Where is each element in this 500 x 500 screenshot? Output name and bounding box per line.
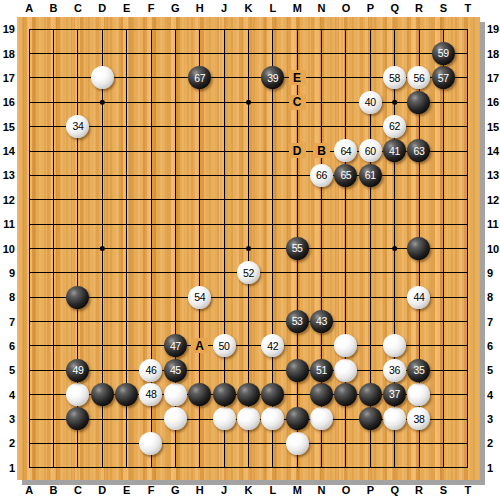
stone-white-Q3 [383, 407, 406, 430]
stone-black-P4 [359, 383, 382, 406]
stone-white-F2 [139, 432, 162, 455]
stone-white-R17: 56 [407, 66, 430, 89]
coordinate-right-19: 19 [487, 22, 499, 37]
stone-white-F5: 46 [139, 359, 162, 382]
point-label-C-M16: C [289, 95, 306, 110]
coordinate-top-R: R [415, 1, 423, 16]
stone-white-M2 [286, 432, 309, 455]
coordinate-right-9: 9 [487, 265, 493, 280]
stone-black-D4 [91, 383, 114, 406]
stone-black-R5: 35 [407, 359, 430, 382]
coordinate-top-N: N [318, 1, 326, 16]
coordinate-right-10: 10 [487, 241, 499, 256]
move-number: 54 [194, 292, 205, 303]
stone-black-E4 [115, 383, 138, 406]
coordinate-left-9: 9 [0, 265, 15, 280]
stone-white-R8: 44 [407, 286, 430, 309]
coordinate-right-5: 5 [487, 363, 493, 378]
coordinate-right-12: 12 [487, 192, 499, 207]
stone-black-K4 [237, 383, 260, 406]
stone-black-C5: 49 [66, 359, 89, 382]
coordinate-top-H: H [196, 1, 204, 16]
coordinate-left-6: 6 [0, 338, 15, 353]
coordinate-left-10: 10 [0, 241, 15, 256]
coordinate-left-1: 1 [0, 460, 15, 475]
move-number: 50 [219, 341, 230, 352]
move-number: 39 [267, 73, 278, 84]
coordinate-top-C: C [74, 1, 82, 16]
coordinate-right-3: 3 [487, 412, 493, 427]
move-number: 53 [292, 316, 303, 327]
stone-white-R4 [407, 383, 430, 406]
coordinate-left-15: 15 [0, 119, 15, 134]
stone-black-C3 [66, 407, 89, 430]
coordinate-bottom-S: S [440, 483, 447, 498]
stone-black-N4 [310, 383, 333, 406]
move-number: 51 [316, 365, 327, 376]
coordinate-bottom-L: L [269, 483, 276, 498]
stone-white-Q6 [383, 334, 406, 357]
coordinate-right-8: 8 [487, 290, 493, 305]
point-label-B-N14: B [313, 143, 330, 158]
move-number: 47 [170, 341, 181, 352]
move-number: 38 [413, 414, 424, 425]
stone-black-O4 [334, 383, 357, 406]
coordinate-top-S: S [440, 1, 447, 16]
stone-white-J3 [213, 407, 236, 430]
stone-white-O6 [334, 334, 357, 357]
coordinate-bottom-A: A [25, 483, 33, 498]
coordinate-right-15: 15 [487, 119, 499, 134]
coordinate-right-13: 13 [487, 168, 499, 183]
move-number: 67 [194, 73, 205, 84]
coordinate-right-11: 11 [487, 217, 499, 232]
stone-white-P14: 60 [359, 139, 382, 162]
move-number: 55 [292, 243, 303, 254]
move-number: 58 [389, 73, 400, 84]
coordinate-left-7: 7 [0, 314, 15, 329]
stone-black-R10 [407, 237, 430, 260]
stone-black-P3 [359, 407, 382, 430]
stone-black-G5: 45 [164, 359, 187, 382]
coordinate-bottom-G: G [171, 483, 180, 498]
stone-white-Q5: 36 [383, 359, 406, 382]
stone-white-K3 [237, 407, 260, 430]
coordinate-right-4: 4 [487, 387, 493, 402]
stone-black-N5: 51 [310, 359, 333, 382]
move-number: 45 [170, 365, 181, 376]
coordinate-bottom-H: H [196, 483, 204, 498]
move-number: 65 [340, 170, 351, 181]
stone-white-O5 [334, 359, 357, 382]
coordinate-right-2: 2 [487, 436, 493, 451]
coordinate-bottom-T: T [464, 483, 471, 498]
stone-black-M3 [286, 407, 309, 430]
coordinate-left-12: 12 [0, 192, 15, 207]
point-label-E-M17: E [289, 70, 306, 85]
stone-white-G3 [164, 407, 187, 430]
stone-black-H4 [188, 383, 211, 406]
point-label-D-M14: D [289, 143, 306, 158]
move-number: 35 [413, 365, 424, 376]
stone-white-J6: 50 [213, 334, 236, 357]
coordinate-right-14: 14 [487, 144, 499, 159]
stone-white-R3: 38 [407, 407, 430, 430]
coordinate-bottom-Q: Q [390, 483, 399, 498]
coordinate-left-18: 18 [0, 46, 15, 61]
stone-black-C8 [66, 286, 89, 309]
stone-white-Q17: 58 [383, 66, 406, 89]
stone-white-G4 [164, 383, 187, 406]
coordinate-left-11: 11 [0, 217, 15, 232]
coordinate-bottom-N: N [318, 483, 326, 498]
move-number: 36 [389, 365, 400, 376]
coordinate-bottom-P: P [367, 483, 374, 498]
coordinate-right-18: 18 [487, 46, 499, 61]
coordinate-left-8: 8 [0, 290, 15, 305]
stone-black-H17: 67 [188, 66, 211, 89]
stone-black-Q14: 41 [383, 139, 406, 162]
stone-black-M10: 55 [286, 237, 309, 260]
move-number: 60 [365, 146, 376, 157]
coordinate-left-5: 5 [0, 363, 15, 378]
coordinate-left-3: 3 [0, 412, 15, 427]
stone-black-N7: 43 [310, 310, 333, 333]
stone-black-M5 [286, 359, 309, 382]
coordinate-top-A: A [25, 1, 33, 16]
coordinate-left-14: 14 [0, 144, 15, 159]
coordinate-left-13: 13 [0, 168, 15, 183]
stone-white-C15: 34 [66, 115, 89, 138]
coordinate-left-4: 4 [0, 387, 15, 402]
coordinate-left-2: 2 [0, 436, 15, 451]
point-label-A-H6: A [191, 338, 208, 353]
coordinate-right-17: 17 [487, 70, 499, 85]
coordinate-left-19: 19 [0, 22, 15, 37]
coordinate-top-L: L [269, 1, 276, 16]
move-number: 62 [389, 121, 400, 132]
coordinate-right-6: 6 [487, 338, 493, 353]
stone-white-L3 [261, 407, 284, 430]
stone-white-F4: 48 [139, 383, 162, 406]
move-number: 66 [316, 170, 327, 181]
stone-black-R16 [407, 91, 430, 114]
coordinate-right-16: 16 [487, 95, 499, 110]
move-number: 44 [413, 292, 424, 303]
move-number: 49 [72, 365, 83, 376]
move-number: 59 [438, 48, 449, 59]
coordinate-top-B: B [50, 1, 58, 16]
stone-black-L17: 39 [261, 66, 284, 89]
coordinate-right-7: 7 [487, 314, 493, 329]
coordinate-top-D: D [98, 1, 106, 16]
coordinate-bottom-E: E [123, 483, 130, 498]
stone-black-Q4: 37 [383, 383, 406, 406]
stone-white-D17 [91, 66, 114, 89]
stone-black-S17: 57 [432, 66, 455, 89]
coordinate-bottom-C: C [74, 483, 82, 498]
coordinate-top-Q: Q [390, 1, 399, 16]
stone-white-P16: 40 [359, 91, 382, 114]
coordinate-bottom-M: M [293, 483, 302, 498]
coordinate-bottom-J: J [221, 483, 227, 498]
stones-layer: ABCDE34353637383940414243444546474849505… [17, 17, 480, 480]
go-board[interactable]: ABCDE34353637383940414243444546474849505… [17, 17, 480, 480]
move-number: 46 [146, 365, 157, 376]
move-number: 52 [243, 268, 254, 279]
stone-black-P13: 61 [359, 164, 382, 187]
coordinate-top-T: T [464, 1, 471, 16]
stone-black-O13: 65 [334, 164, 357, 187]
coordinate-bottom-D: D [98, 483, 106, 498]
move-number: 41 [389, 146, 400, 157]
move-number: 34 [72, 121, 83, 132]
coordinate-bottom-O: O [342, 483, 351, 498]
coordinate-right-1: 1 [487, 460, 493, 475]
move-number: 63 [413, 146, 424, 157]
coordinate-left-17: 17 [0, 70, 15, 85]
move-number: 43 [316, 316, 327, 327]
move-number: 40 [365, 97, 376, 108]
go-board-frame: ABCDEFGHJKLMNOPQRST ABCDEFGHJKLMNOPQRST … [0, 0, 500, 500]
coordinate-top-P: P [367, 1, 374, 16]
coordinate-top-O: O [342, 1, 351, 16]
stone-white-L6: 42 [261, 334, 284, 357]
stone-white-K9: 52 [237, 261, 260, 284]
stone-white-C4 [66, 383, 89, 406]
move-number: 57 [438, 73, 449, 84]
move-number: 37 [389, 389, 400, 400]
move-number: 56 [413, 73, 424, 84]
stone-black-G6: 47 [164, 334, 187, 357]
stone-black-M7: 53 [286, 310, 309, 333]
stone-white-Q15: 62 [383, 115, 406, 138]
stone-black-R14: 63 [407, 139, 430, 162]
coordinate-bottom-B: B [50, 483, 58, 498]
stone-black-S18: 59 [432, 42, 455, 65]
stone-white-O14: 64 [334, 139, 357, 162]
coordinate-top-J: J [221, 1, 227, 16]
move-number: 42 [267, 341, 278, 352]
coordinate-top-E: E [123, 1, 130, 16]
move-number: 64 [340, 146, 351, 157]
coordinate-bottom-F: F [148, 483, 155, 498]
coordinate-top-F: F [148, 1, 155, 16]
coordinate-bottom-R: R [415, 483, 423, 498]
stone-white-N3 [310, 407, 333, 430]
stone-black-L4 [261, 383, 284, 406]
stone-black-J4 [213, 383, 236, 406]
stone-white-N13: 66 [310, 164, 333, 187]
coordinate-top-K: K [245, 1, 253, 16]
coordinate-top-G: G [171, 1, 180, 16]
stone-white-H8: 54 [188, 286, 211, 309]
coordinate-top-M: M [293, 1, 302, 16]
move-number: 61 [365, 170, 376, 181]
move-number: 48 [146, 389, 157, 400]
coordinate-left-16: 16 [0, 95, 15, 110]
coordinate-bottom-K: K [245, 483, 253, 498]
